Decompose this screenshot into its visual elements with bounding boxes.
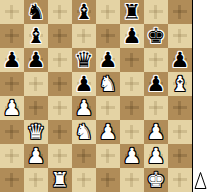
black-pawn-piece: ♟	[171, 48, 190, 72]
black-pawn-piece: ♟	[147, 72, 166, 96]
white-bishop-piece: ♝	[171, 72, 190, 96]
square-c3[interactable]	[48, 120, 72, 144]
square-b7[interactable]: ♝	[24, 24, 48, 48]
white-knight-piece: ♞	[99, 72, 118, 96]
square-d8[interactable]: ♝	[72, 0, 96, 24]
square-f6[interactable]	[120, 48, 144, 72]
square-c8[interactable]	[48, 0, 72, 24]
side-panel	[192, 0, 207, 192]
square-h3[interactable]	[168, 120, 192, 144]
square-g3[interactable]: ♟	[144, 120, 168, 144]
square-h2[interactable]	[168, 144, 192, 168]
square-b3[interactable]: ♛	[24, 120, 48, 144]
square-c1[interactable]: ♜	[48, 168, 72, 192]
white-pawn-piece: ♟	[123, 144, 142, 168]
square-f2[interactable]: ♟	[120, 144, 144, 168]
black-pawn-piece: ♟	[75, 72, 94, 96]
square-d7[interactable]	[72, 24, 96, 48]
white-pawn-piece: ♟	[75, 96, 94, 120]
square-h8[interactable]	[168, 0, 192, 24]
white-pawn-piece: ♟	[27, 144, 46, 168]
square-e4[interactable]	[96, 96, 120, 120]
square-a5[interactable]	[0, 72, 24, 96]
square-g2[interactable]: ♟	[144, 144, 168, 168]
square-g4[interactable]	[144, 96, 168, 120]
black-pawn-piece: ♟	[99, 48, 118, 72]
square-b8[interactable]: ♞	[24, 0, 48, 24]
up-triangle-button[interactable]	[194, 171, 207, 190]
square-h1[interactable]	[168, 168, 192, 192]
white-rook-piece: ♜	[51, 168, 70, 192]
black-bishop-piece: ♝	[27, 24, 46, 48]
square-a6[interactable]: ♟	[0, 48, 24, 72]
square-b5[interactable]	[24, 72, 48, 96]
square-e6[interactable]: ♟	[96, 48, 120, 72]
white-pawn-piece: ♟	[147, 120, 166, 144]
white-pawn-piece: ♟	[147, 144, 166, 168]
white-pawn-piece: ♟	[3, 96, 22, 120]
square-a2[interactable]	[0, 144, 24, 168]
square-e5[interactable]: ♞	[96, 72, 120, 96]
square-a1[interactable]	[0, 168, 24, 192]
chess-board: ♞♝♜♝♟♚♟♟♛♟♟♟♞♟♝♟♟♛♞♟♟♟♟♟♜♚	[0, 0, 192, 192]
square-d5[interactable]: ♟	[72, 72, 96, 96]
square-c4[interactable]	[48, 96, 72, 120]
square-f4[interactable]	[120, 96, 144, 120]
up-triangle-icon	[194, 171, 207, 190]
square-f3[interactable]	[120, 120, 144, 144]
square-a3[interactable]	[0, 120, 24, 144]
square-d2[interactable]	[72, 144, 96, 168]
black-pawn-piece: ♟	[123, 24, 142, 48]
black-knight-piece: ♞	[27, 0, 46, 24]
square-g7[interactable]: ♚	[144, 24, 168, 48]
square-c2[interactable]	[48, 144, 72, 168]
square-e7[interactable]	[96, 24, 120, 48]
white-knight-piece: ♞	[75, 120, 94, 144]
square-g5[interactable]: ♟	[144, 72, 168, 96]
square-g8[interactable]	[144, 0, 168, 24]
square-c6[interactable]	[48, 48, 72, 72]
square-b2[interactable]: ♟	[24, 144, 48, 168]
square-h7[interactable]	[168, 24, 192, 48]
square-a7[interactable]	[0, 24, 24, 48]
square-f7[interactable]: ♟	[120, 24, 144, 48]
square-h4[interactable]	[168, 96, 192, 120]
black-king-piece: ♚	[147, 24, 166, 48]
square-c5[interactable]	[48, 72, 72, 96]
square-g1[interactable]: ♚	[144, 168, 168, 192]
square-a4[interactable]: ♟	[0, 96, 24, 120]
black-queen-piece: ♛	[75, 48, 94, 72]
white-king-piece: ♚	[147, 168, 166, 192]
square-d1[interactable]	[72, 168, 96, 192]
black-bishop-piece: ♝	[75, 0, 94, 24]
square-d6[interactable]: ♛	[72, 48, 96, 72]
square-e1[interactable]	[96, 168, 120, 192]
square-b6[interactable]: ♟	[24, 48, 48, 72]
square-f8[interactable]: ♜	[120, 0, 144, 24]
square-e2[interactable]	[96, 144, 120, 168]
square-a8[interactable]	[0, 0, 24, 24]
white-pawn-piece: ♟	[99, 120, 118, 144]
square-c7[interactable]	[48, 24, 72, 48]
square-h6[interactable]: ♟	[168, 48, 192, 72]
black-pawn-piece: ♟	[3, 48, 22, 72]
chess-app-window: ♞♝♜♝♟♚♟♟♛♟♟♟♞♟♝♟♟♛♞♟♟♟♟♟♜♚	[0, 0, 207, 192]
square-h5[interactable]: ♝	[168, 72, 192, 96]
square-f1[interactable]	[120, 168, 144, 192]
square-b4[interactable]	[24, 96, 48, 120]
square-g6[interactable]	[144, 48, 168, 72]
square-e8[interactable]	[96, 0, 120, 24]
white-queen-piece: ♛	[27, 120, 46, 144]
square-b1[interactable]	[24, 168, 48, 192]
square-d3[interactable]: ♞	[72, 120, 96, 144]
square-d4[interactable]: ♟	[72, 96, 96, 120]
square-e3[interactable]: ♟	[96, 120, 120, 144]
black-pawn-piece: ♟	[27, 48, 46, 72]
black-rook-piece: ♜	[123, 0, 142, 24]
square-f5[interactable]	[120, 72, 144, 96]
